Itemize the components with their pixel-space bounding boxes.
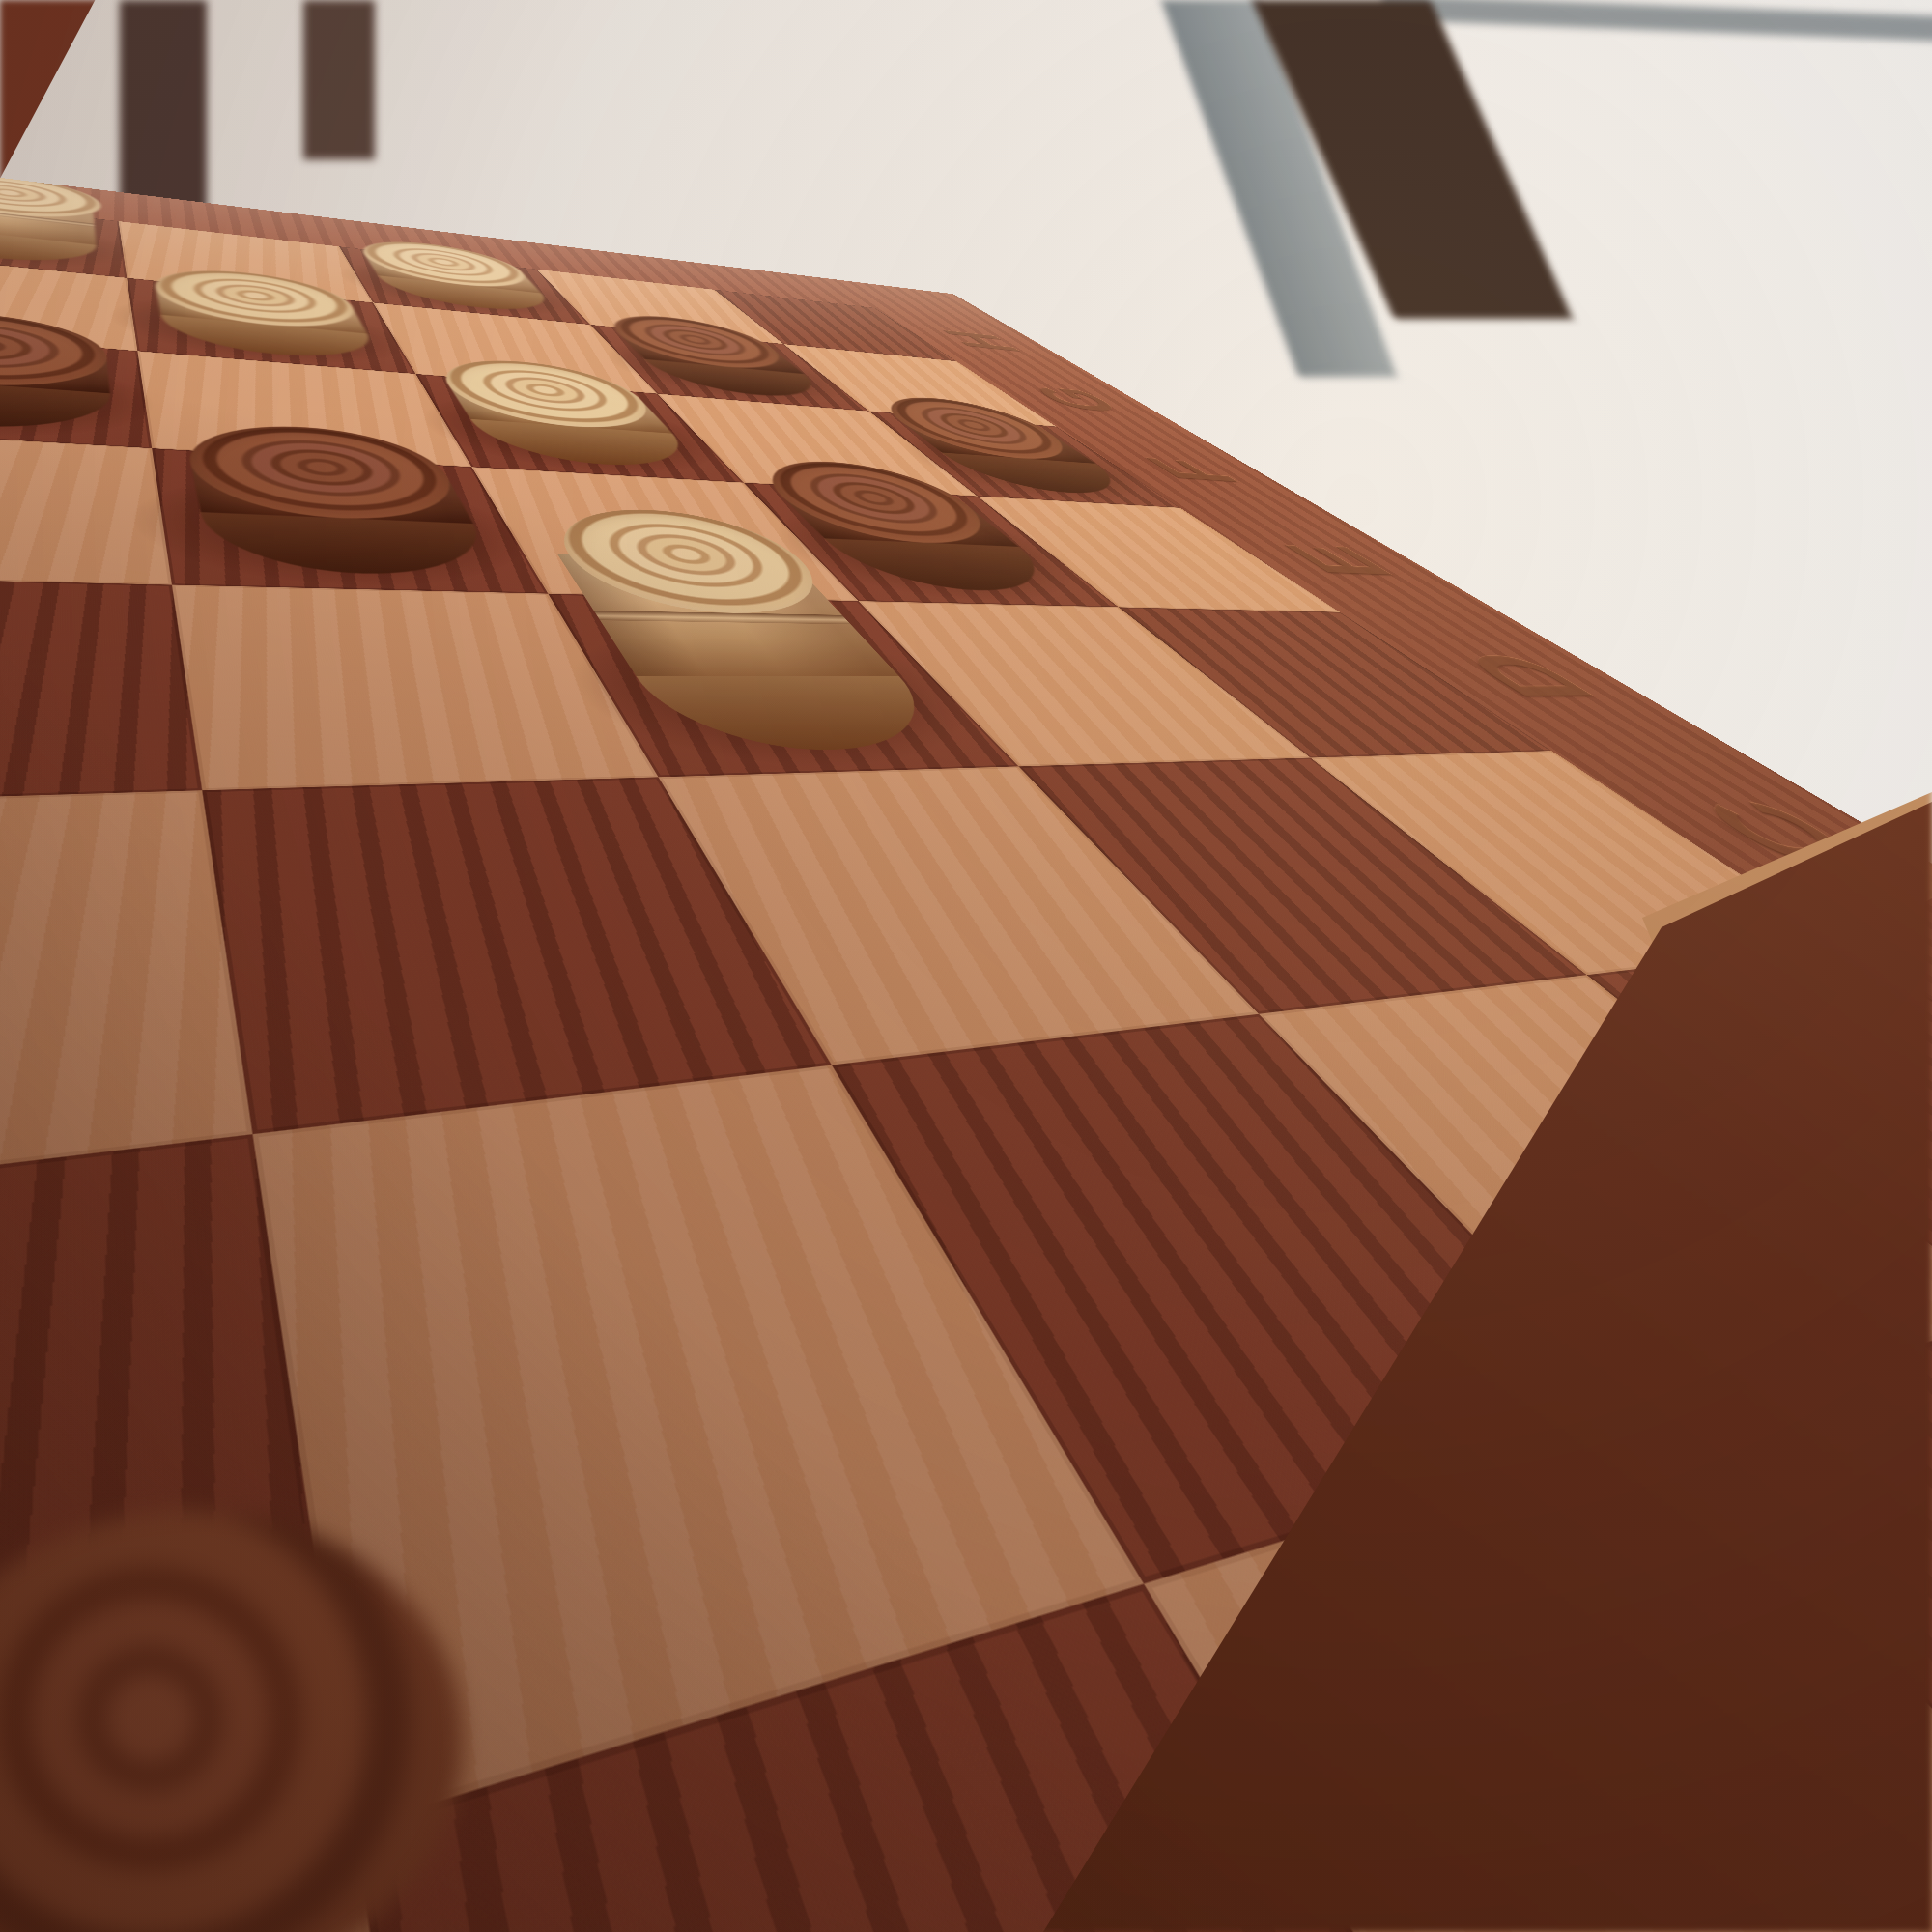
checker-light-king-H5 <box>0 164 99 269</box>
photo-stage: ABCDEFGH <box>0 0 1932 1932</box>
square-D5 <box>0 574 202 808</box>
